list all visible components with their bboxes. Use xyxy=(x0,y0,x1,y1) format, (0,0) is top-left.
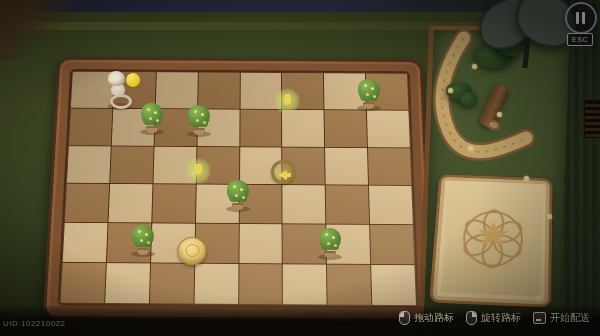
flower-dot-icon xyxy=(448,88,453,93)
waypoint-marker-part xyxy=(284,95,291,105)
bush-piece-part xyxy=(188,105,210,127)
pause-icon xyxy=(582,12,585,24)
control-hint[interactable]: 旋转路标 xyxy=(466,311,521,325)
pieces-layer xyxy=(0,0,600,336)
coin-token xyxy=(178,237,207,265)
sheep-piece-part xyxy=(126,73,140,87)
mouse-right-icon xyxy=(466,311,477,325)
bush-piece xyxy=(317,228,343,260)
bush-piece xyxy=(130,225,156,257)
waypoint-marker[interactable] xyxy=(274,88,300,114)
waypoint-marker-part xyxy=(195,165,202,175)
direction-signpost-part xyxy=(286,173,291,177)
flower-dot-icon xyxy=(536,296,541,301)
pause-icon xyxy=(576,12,579,24)
bush-piece-part xyxy=(194,110,197,113)
bush-piece xyxy=(225,180,251,212)
bush-piece xyxy=(186,105,212,137)
bush-piece-part xyxy=(132,225,154,247)
bush-piece-part xyxy=(138,230,141,233)
control-hint-label: 拖动路标 xyxy=(414,311,454,325)
direction-signpost[interactable] xyxy=(271,160,295,184)
flower-dot-icon xyxy=(472,64,477,69)
space-key-icon xyxy=(533,312,546,324)
control-hint-label: 开始配送 xyxy=(550,311,590,325)
bush-piece-part xyxy=(141,103,163,125)
bush-piece xyxy=(139,103,165,135)
control-hint[interactable]: 拖动路标 xyxy=(399,311,454,325)
bush-piece xyxy=(356,79,382,111)
mouse-left-icon xyxy=(399,311,410,325)
coin-token-part xyxy=(186,244,200,257)
control-hint-label: 旋转路标 xyxy=(481,311,521,325)
pause-button[interactable] xyxy=(565,2,597,34)
bush-piece-part xyxy=(147,108,150,111)
flower-dot-icon xyxy=(547,214,552,219)
bush-piece-part xyxy=(227,180,249,202)
waypoint-marker[interactable] xyxy=(185,158,211,184)
flower-dot-icon xyxy=(468,146,473,151)
bush-piece-part xyxy=(358,79,380,101)
game-screen: ESC UID 102210022 拖动路标旋转路标开始配送 xyxy=(0,0,600,336)
esc-key-badge: ESC xyxy=(567,33,593,46)
sheep-piece-part xyxy=(108,71,125,86)
control-hints: 拖动路标旋转路标开始配送 xyxy=(399,311,590,325)
sheep-piece xyxy=(104,71,140,111)
uid-label: UID 102210022 xyxy=(3,319,66,328)
bush-piece-part xyxy=(325,233,328,236)
bush-piece-part xyxy=(364,84,367,87)
flower-dot-icon xyxy=(524,176,529,181)
bush-piece-part xyxy=(319,228,341,250)
bush-piece-part xyxy=(233,185,236,188)
control-hint[interactable]: 开始配送 xyxy=(533,311,590,325)
flower-dot-icon xyxy=(497,112,502,117)
